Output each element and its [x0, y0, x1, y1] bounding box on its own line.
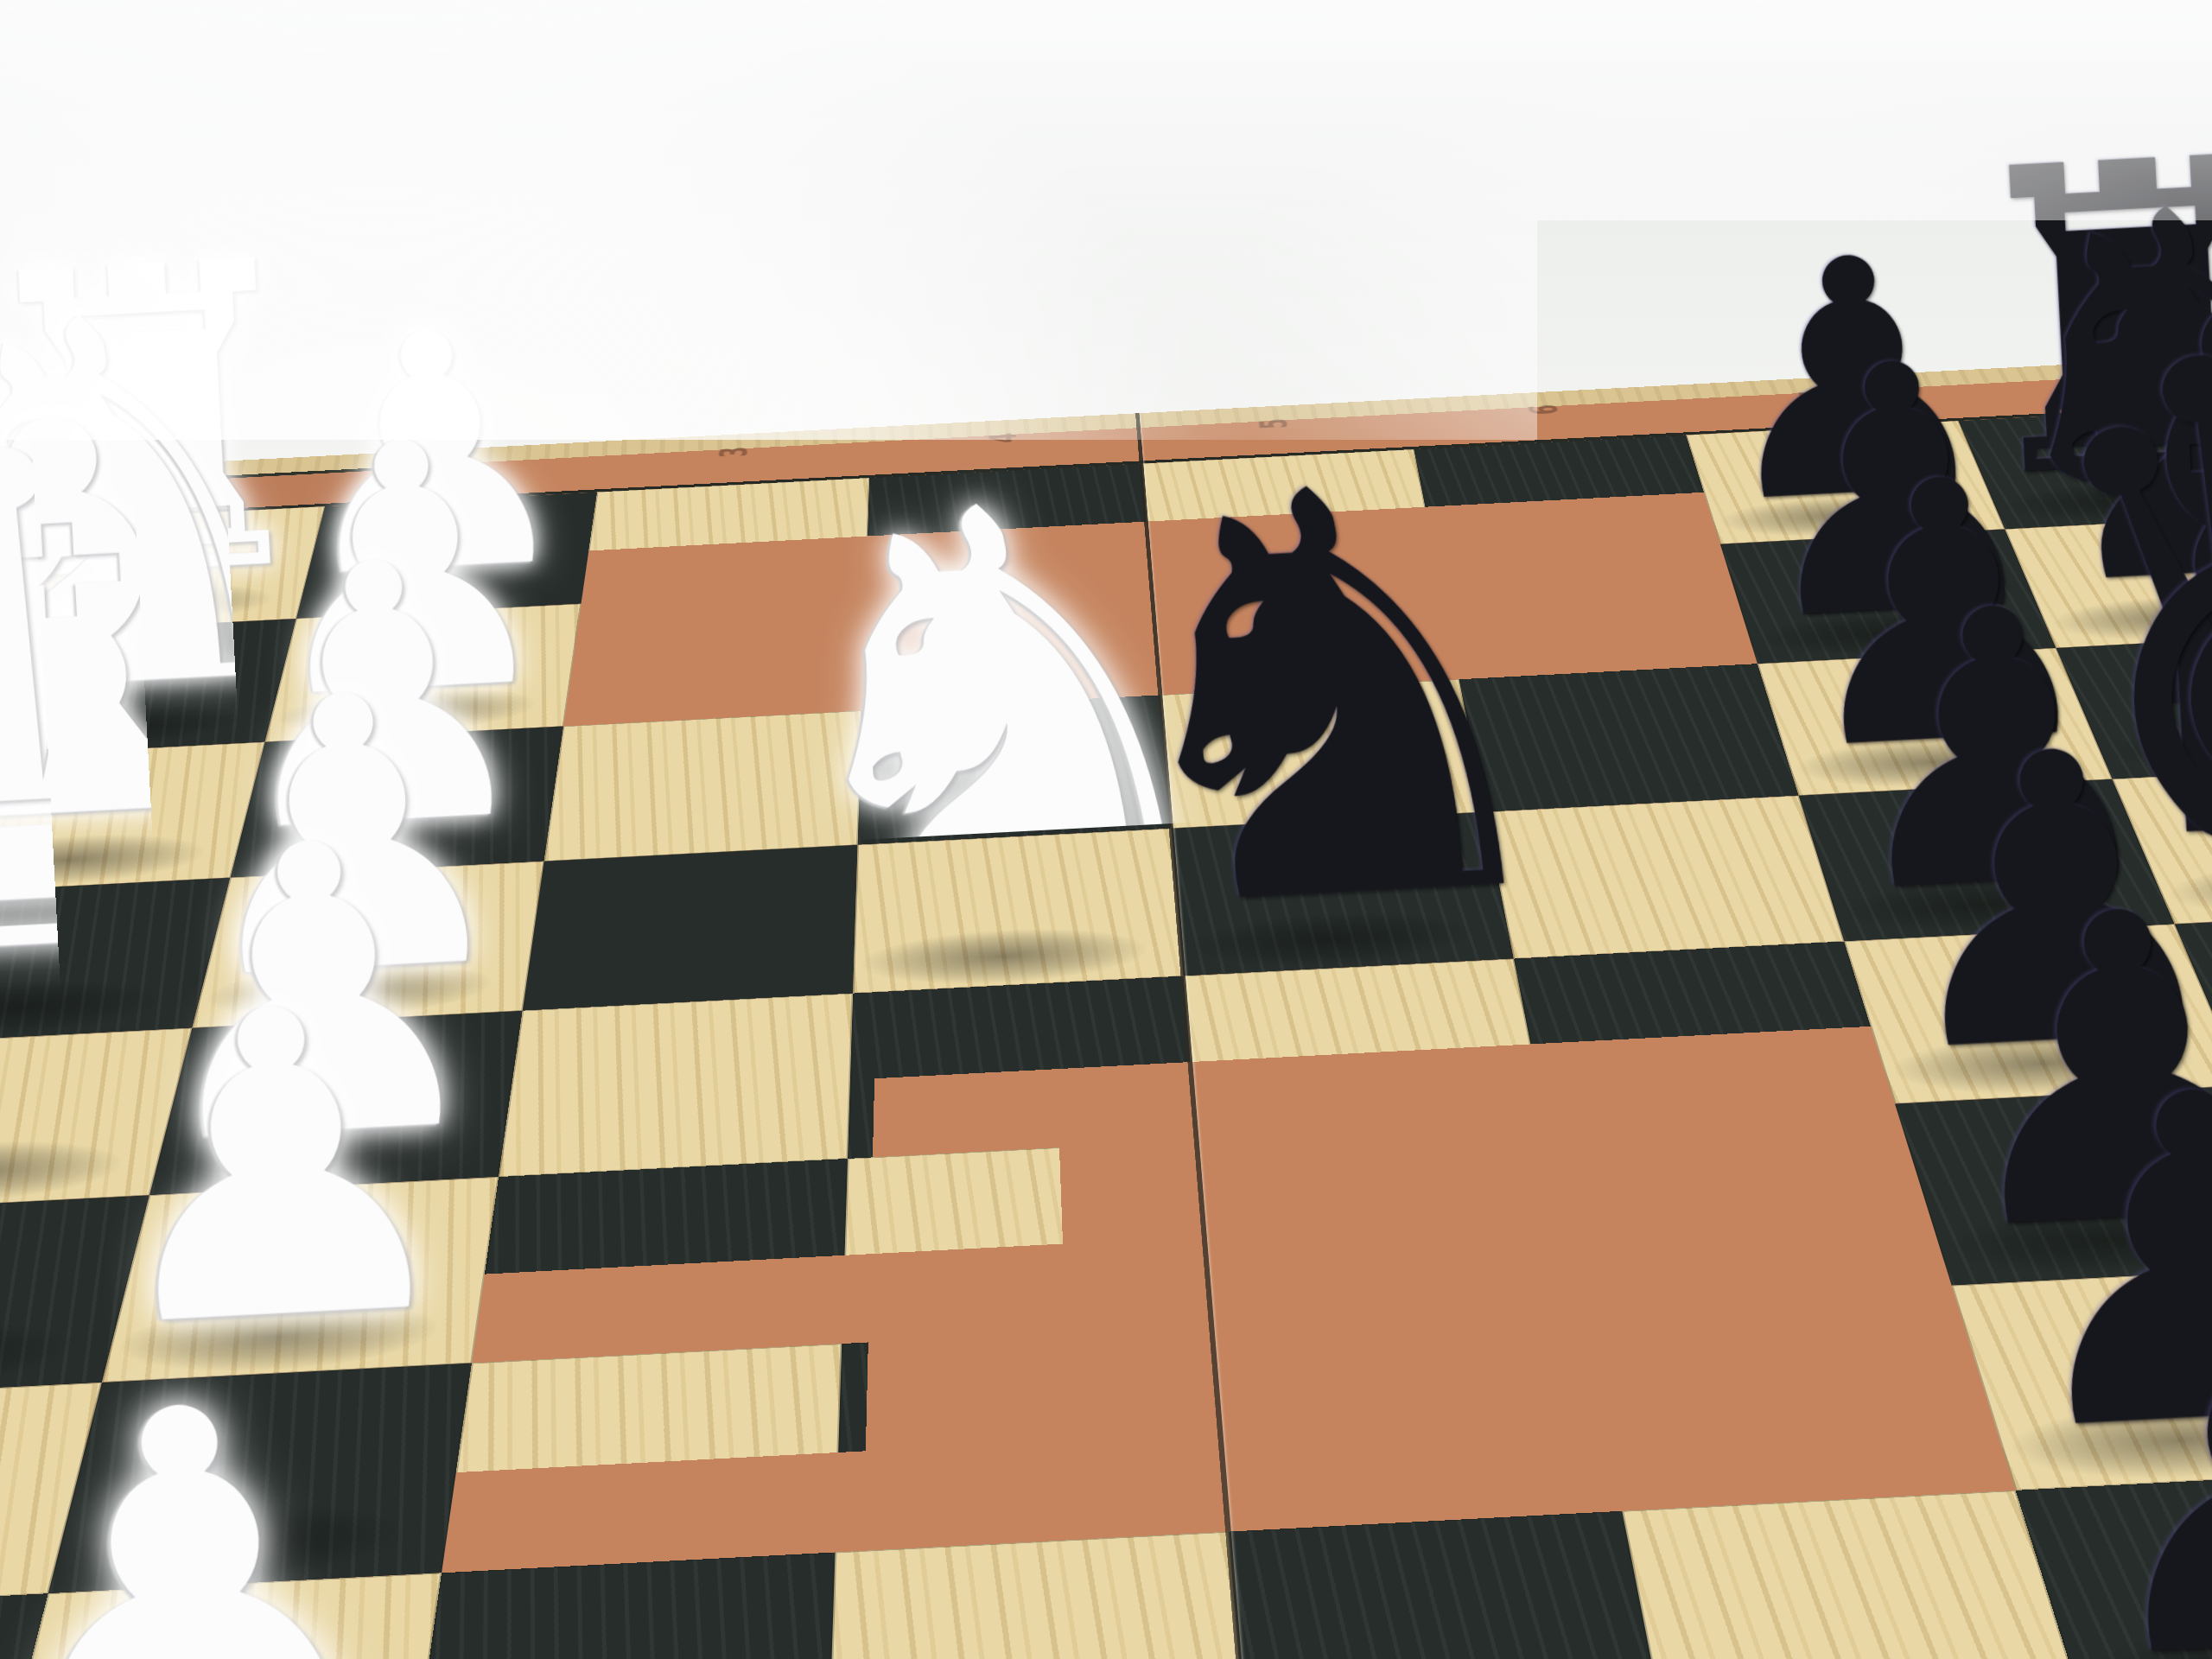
square-c6: [1546, 1103, 1952, 1305]
perspective-viewport: ♜♟♟♜♞♟♟♞♝♟♟♝♛♟♞♞♟♛♚♟♟♚♝♟♟♝♟♟♜♟♟♜ 1234567…: [0, 0, 2212, 1659]
square-d4: [848, 976, 1197, 1159]
square-b5: [1211, 1305, 1622, 1531]
square-a3: [407, 1552, 835, 1659]
square-d3: [499, 994, 853, 1177]
square-a6: [1622, 1491, 2088, 1659]
square-d6: [1514, 942, 1895, 1122]
board-grid: ♜♟♟♜♞♟♟♞♝♟♟♝♛♟♞♞♟♛♚♟♟♚♝♟♟♝♟♟♜♟♟♜: [0, 404, 2212, 1659]
square-c3: [472, 1159, 848, 1363]
square-b6: [1582, 1286, 2016, 1511]
white-pawn-a2: ♟: [0, 1351, 412, 1659]
board-plane: ♜♟♟♜♞♟♟♞♝♟♟♝♛♟♞♞♟♛♚♟♟♚♝♟♟♝♟♟♜♟♟♜ 1234567…: [0, 351, 2212, 1659]
square-d5: [1184, 959, 1546, 1141]
square-b3: [442, 1344, 842, 1573]
black-knight-e5: ♞: [1071, 422, 1597, 976]
square-a4: [828, 1532, 1248, 1659]
square-e5: ♞: [1172, 812, 1514, 976]
square-a7: ♟: [2016, 1470, 2212, 1659]
chess-photo-page: ♜♟♟♜♞♟♟♞♝♟♟♝♛♟♞♞♟♛♚♟♟♚♝♟♟♝♟♟♜♟♟♜ 1234567…: [0, 0, 2212, 1659]
black-pawn-a7: ♟: [2058, 1241, 2212, 1659]
board-border-frame: ♜♟♟♜♞♟♟♞♝♟♟♝♛♟♞♞♟♛♚♟♟♚♝♟♟♝♟♟♜♟♟♜: [0, 367, 2212, 1659]
photo-stage: ♜♟♟♜♞♟♟♞♝♟♟♝♛♟♞♞♟♛♚♟♟♚♝♟♟♝♟♟♜♟♟♜ 1234567…: [0, 0, 2212, 1659]
square-a2: ♟: [0, 1573, 442, 1659]
square-c4: [842, 1141, 1211, 1344]
square-b4: [835, 1325, 1228, 1553]
square-a5: [1229, 1511, 1669, 1659]
square-c5: [1197, 1122, 1581, 1325]
